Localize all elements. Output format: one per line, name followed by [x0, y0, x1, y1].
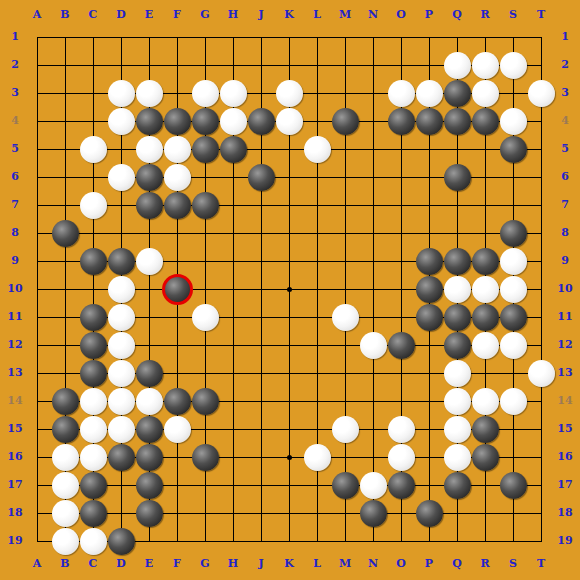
- intersection[interactable]: [499, 107, 527, 135]
- intersection[interactable]: [499, 247, 527, 275]
- intersection[interactable]: [443, 387, 471, 415]
- intersection[interactable]: [247, 79, 275, 107]
- intersection[interactable]: [23, 499, 51, 527]
- intersection[interactable]: [499, 331, 527, 359]
- intersection[interactable]: [135, 107, 163, 135]
- intersection[interactable]: [499, 387, 527, 415]
- intersection[interactable]: [51, 219, 79, 247]
- intersection[interactable]: [303, 527, 331, 555]
- intersection[interactable]: [471, 51, 499, 79]
- intersection[interactable]: [275, 247, 303, 275]
- intersection[interactable]: [219, 387, 247, 415]
- intersection[interactable]: [387, 107, 415, 135]
- intersection[interactable]: [107, 471, 135, 499]
- intersection[interactable]: [331, 247, 359, 275]
- intersection[interactable]: [499, 219, 527, 247]
- intersection[interactable]: [359, 191, 387, 219]
- intersection[interactable]: [499, 499, 527, 527]
- intersection[interactable]: [471, 23, 499, 51]
- intersection[interactable]: [107, 359, 135, 387]
- intersection[interactable]: [415, 275, 443, 303]
- intersection[interactable]: [331, 219, 359, 247]
- intersection[interactable]: [107, 527, 135, 555]
- intersection[interactable]: [135, 23, 163, 51]
- intersection[interactable]: [415, 387, 443, 415]
- intersection[interactable]: [219, 135, 247, 163]
- intersection[interactable]: [219, 191, 247, 219]
- intersection[interactable]: [219, 359, 247, 387]
- intersection[interactable]: [499, 79, 527, 107]
- intersection[interactable]: [219, 415, 247, 443]
- intersection[interactable]: [247, 275, 275, 303]
- intersection[interactable]: [163, 415, 191, 443]
- intersection[interactable]: [415, 191, 443, 219]
- intersection[interactable]: [219, 163, 247, 191]
- intersection[interactable]: [331, 163, 359, 191]
- intersection[interactable]: [303, 303, 331, 331]
- intersection[interactable]: [275, 23, 303, 51]
- intersection[interactable]: [275, 163, 303, 191]
- intersection[interactable]: [527, 499, 555, 527]
- intersection[interactable]: [51, 275, 79, 303]
- intersection[interactable]: [471, 527, 499, 555]
- intersection[interactable]: [387, 331, 415, 359]
- intersection[interactable]: [107, 163, 135, 191]
- intersection[interactable]: [359, 387, 387, 415]
- intersection[interactable]: [191, 387, 219, 415]
- intersection[interactable]: [443, 303, 471, 331]
- intersection[interactable]: [415, 443, 443, 471]
- intersection[interactable]: [359, 359, 387, 387]
- intersection[interactable]: [79, 107, 107, 135]
- intersection[interactable]: [135, 471, 163, 499]
- intersection[interactable]: [471, 331, 499, 359]
- intersection[interactable]: [135, 387, 163, 415]
- intersection[interactable]: [387, 135, 415, 163]
- intersection[interactable]: [303, 135, 331, 163]
- intersection[interactable]: [23, 23, 51, 51]
- intersection[interactable]: [303, 219, 331, 247]
- intersection[interactable]: [135, 275, 163, 303]
- intersection[interactable]: [331, 331, 359, 359]
- intersection[interactable]: [443, 219, 471, 247]
- intersection[interactable]: [247, 23, 275, 51]
- intersection[interactable]: [107, 219, 135, 247]
- intersection[interactable]: [247, 359, 275, 387]
- intersection[interactable]: [191, 359, 219, 387]
- intersection[interactable]: [275, 471, 303, 499]
- intersection[interactable]: [191, 23, 219, 51]
- intersection[interactable]: [51, 527, 79, 555]
- intersection[interactable]: [359, 331, 387, 359]
- intersection[interactable]: [303, 331, 331, 359]
- intersection[interactable]: [79, 527, 107, 555]
- intersection[interactable]: [527, 135, 555, 163]
- intersection[interactable]: [443, 107, 471, 135]
- intersection[interactable]: [499, 415, 527, 443]
- intersection[interactable]: [79, 415, 107, 443]
- intersection[interactable]: [527, 107, 555, 135]
- intersection[interactable]: [443, 23, 471, 51]
- intersection[interactable]: [247, 219, 275, 247]
- intersection[interactable]: [191, 191, 219, 219]
- intersection[interactable]: [387, 415, 415, 443]
- intersection[interactable]: [527, 331, 555, 359]
- intersection[interactable]: [499, 135, 527, 163]
- intersection[interactable]: [527, 191, 555, 219]
- intersection[interactable]: [79, 387, 107, 415]
- intersection[interactable]: [191, 247, 219, 275]
- intersection[interactable]: [107, 443, 135, 471]
- intersection[interactable]: [163, 163, 191, 191]
- intersection[interactable]: [51, 303, 79, 331]
- intersection[interactable]: [219, 23, 247, 51]
- intersection[interactable]: [387, 499, 415, 527]
- intersection[interactable]: [107, 51, 135, 79]
- intersection[interactable]: [79, 23, 107, 51]
- intersection[interactable]: [471, 219, 499, 247]
- intersection[interactable]: [443, 275, 471, 303]
- intersection[interactable]: [275, 499, 303, 527]
- intersection[interactable]: [51, 331, 79, 359]
- intersection[interactable]: [219, 443, 247, 471]
- intersection[interactable]: [51, 191, 79, 219]
- intersection[interactable]: [247, 51, 275, 79]
- intersection[interactable]: [359, 107, 387, 135]
- intersection[interactable]: [415, 51, 443, 79]
- intersection[interactable]: [415, 163, 443, 191]
- intersection[interactable]: [51, 107, 79, 135]
- intersection[interactable]: [79, 163, 107, 191]
- intersection[interactable]: [163, 107, 191, 135]
- intersection[interactable]: [23, 247, 51, 275]
- intersection[interactable]: [499, 163, 527, 191]
- intersection[interactable]: [275, 51, 303, 79]
- intersection[interactable]: [163, 219, 191, 247]
- intersection[interactable]: [51, 23, 79, 51]
- intersection[interactable]: [23, 359, 51, 387]
- intersection[interactable]: [275, 135, 303, 163]
- intersection[interactable]: [303, 107, 331, 135]
- intersection[interactable]: [191, 415, 219, 443]
- intersection[interactable]: [275, 79, 303, 107]
- intersection[interactable]: [79, 331, 107, 359]
- intersection[interactable]: [275, 443, 303, 471]
- intersection[interactable]: [527, 275, 555, 303]
- intersection[interactable]: [23, 135, 51, 163]
- intersection[interactable]: [527, 303, 555, 331]
- intersection[interactable]: [303, 191, 331, 219]
- intersection[interactable]: [135, 163, 163, 191]
- intersection[interactable]: [303, 79, 331, 107]
- intersection[interactable]: [471, 275, 499, 303]
- intersection[interactable]: [275, 275, 303, 303]
- intersection[interactable]: [191, 471, 219, 499]
- intersection[interactable]: [135, 527, 163, 555]
- intersection[interactable]: [191, 51, 219, 79]
- intersection[interactable]: [499, 443, 527, 471]
- intersection[interactable]: [359, 471, 387, 499]
- intersection[interactable]: [387, 79, 415, 107]
- intersection[interactable]: [415, 247, 443, 275]
- intersection[interactable]: [247, 331, 275, 359]
- intersection[interactable]: [275, 387, 303, 415]
- intersection[interactable]: [443, 415, 471, 443]
- intersection[interactable]: [527, 247, 555, 275]
- intersection[interactable]: [247, 163, 275, 191]
- intersection[interactable]: [135, 499, 163, 527]
- intersection[interactable]: [247, 303, 275, 331]
- intersection[interactable]: [359, 79, 387, 107]
- intersection[interactable]: [527, 415, 555, 443]
- intersection[interactable]: [51, 443, 79, 471]
- intersection[interactable]: [135, 79, 163, 107]
- intersection[interactable]: [387, 275, 415, 303]
- intersection[interactable]: [79, 191, 107, 219]
- intersection[interactable]: [415, 135, 443, 163]
- intersection[interactable]: [331, 107, 359, 135]
- intersection[interactable]: [471, 191, 499, 219]
- intersection[interactable]: [107, 499, 135, 527]
- intersection[interactable]: [191, 499, 219, 527]
- intersection[interactable]: [275, 415, 303, 443]
- intersection[interactable]: [387, 527, 415, 555]
- intersection[interactable]: [163, 135, 191, 163]
- intersection[interactable]: [331, 359, 359, 387]
- intersection[interactable]: [471, 359, 499, 387]
- intersection[interactable]: [443, 359, 471, 387]
- intersection[interactable]: [79, 247, 107, 275]
- intersection[interactable]: [107, 303, 135, 331]
- intersection[interactable]: [527, 51, 555, 79]
- intersection[interactable]: [331, 443, 359, 471]
- intersection[interactable]: [499, 303, 527, 331]
- intersection[interactable]: [387, 387, 415, 415]
- intersection[interactable]: [79, 51, 107, 79]
- intersection[interactable]: [219, 79, 247, 107]
- intersection[interactable]: [247, 471, 275, 499]
- intersection[interactable]: [23, 443, 51, 471]
- intersection[interactable]: [23, 163, 51, 191]
- intersection[interactable]: [247, 107, 275, 135]
- intersection[interactable]: [163, 23, 191, 51]
- intersection[interactable]: [415, 331, 443, 359]
- intersection[interactable]: [359, 163, 387, 191]
- intersection[interactable]: [331, 471, 359, 499]
- intersection[interactable]: [499, 51, 527, 79]
- intersection[interactable]: [443, 51, 471, 79]
- intersection[interactable]: [499, 359, 527, 387]
- intersection[interactable]: [135, 331, 163, 359]
- intersection[interactable]: [359, 527, 387, 555]
- intersection[interactable]: [107, 387, 135, 415]
- intersection[interactable]: [331, 387, 359, 415]
- intersection[interactable]: [275, 107, 303, 135]
- intersection[interactable]: [415, 219, 443, 247]
- intersection[interactable]: [23, 107, 51, 135]
- intersection[interactable]: [135, 415, 163, 443]
- intersection[interactable]: [303, 275, 331, 303]
- intersection[interactable]: [219, 219, 247, 247]
- intersection[interactable]: [387, 443, 415, 471]
- intersection[interactable]: [527, 527, 555, 555]
- intersection[interactable]: [107, 23, 135, 51]
- intersection[interactable]: [219, 51, 247, 79]
- intersection[interactable]: [219, 499, 247, 527]
- intersection[interactable]: [443, 135, 471, 163]
- intersection[interactable]: [219, 303, 247, 331]
- intersection[interactable]: [331, 23, 359, 51]
- intersection[interactable]: [135, 443, 163, 471]
- intersection[interactable]: [415, 79, 443, 107]
- intersection[interactable]: [247, 499, 275, 527]
- intersection[interactable]: [415, 499, 443, 527]
- intersection[interactable]: [499, 527, 527, 555]
- intersection[interactable]: [331, 79, 359, 107]
- intersection[interactable]: [275, 331, 303, 359]
- intersection[interactable]: [135, 135, 163, 163]
- intersection[interactable]: [135, 191, 163, 219]
- intersection[interactable]: [79, 303, 107, 331]
- intersection[interactable]: [471, 135, 499, 163]
- intersection[interactable]: [359, 135, 387, 163]
- intersection[interactable]: [135, 359, 163, 387]
- intersection[interactable]: [359, 499, 387, 527]
- intersection[interactable]: [331, 499, 359, 527]
- intersection[interactable]: [415, 471, 443, 499]
- intersection[interactable]: [51, 51, 79, 79]
- intersection[interactable]: [415, 415, 443, 443]
- intersection[interactable]: [79, 499, 107, 527]
- intersection[interactable]: [191, 163, 219, 191]
- intersection[interactable]: [471, 499, 499, 527]
- intersection[interactable]: [219, 527, 247, 555]
- intersection[interactable]: [107, 331, 135, 359]
- intersection[interactable]: [359, 219, 387, 247]
- intersection[interactable]: [163, 331, 191, 359]
- intersection[interactable]: [163, 527, 191, 555]
- intersection[interactable]: [331, 191, 359, 219]
- intersection[interactable]: [51, 359, 79, 387]
- intersection[interactable]: [275, 191, 303, 219]
- intersection[interactable]: [443, 247, 471, 275]
- intersection[interactable]: [275, 527, 303, 555]
- intersection[interactable]: [303, 443, 331, 471]
- intersection[interactable]: [191, 275, 219, 303]
- intersection[interactable]: [23, 331, 51, 359]
- intersection[interactable]: [415, 527, 443, 555]
- intersection[interactable]: [23, 79, 51, 107]
- intersection[interactable]: [219, 107, 247, 135]
- intersection[interactable]: [359, 23, 387, 51]
- intersection[interactable]: [275, 359, 303, 387]
- intersection[interactable]: [191, 443, 219, 471]
- intersection[interactable]: [107, 247, 135, 275]
- intersection[interactable]: [387, 219, 415, 247]
- intersection[interactable]: [331, 415, 359, 443]
- intersection[interactable]: [303, 359, 331, 387]
- intersection[interactable]: [191, 303, 219, 331]
- intersection[interactable]: [107, 191, 135, 219]
- intersection[interactable]: [527, 387, 555, 415]
- intersection[interactable]: [303, 387, 331, 415]
- intersection[interactable]: [471, 387, 499, 415]
- intersection[interactable]: [443, 79, 471, 107]
- intersection[interactable]: [443, 527, 471, 555]
- intersection[interactable]: [191, 79, 219, 107]
- intersection[interactable]: [163, 51, 191, 79]
- intersection[interactable]: [247, 527, 275, 555]
- intersection[interactable]: [527, 443, 555, 471]
- intersection[interactable]: [135, 51, 163, 79]
- intersection[interactable]: [219, 247, 247, 275]
- intersection[interactable]: [23, 527, 51, 555]
- intersection[interactable]: [51, 471, 79, 499]
- intersection[interactable]: [23, 303, 51, 331]
- intersection[interactable]: [359, 51, 387, 79]
- intersection[interactable]: [331, 51, 359, 79]
- intersection[interactable]: [387, 471, 415, 499]
- intersection[interactable]: [387, 51, 415, 79]
- intersection[interactable]: [443, 331, 471, 359]
- intersection[interactable]: [163, 499, 191, 527]
- intersection[interactable]: [191, 527, 219, 555]
- intersection[interactable]: [163, 247, 191, 275]
- intersection[interactable]: [23, 415, 51, 443]
- intersection[interactable]: [471, 471, 499, 499]
- intersection[interactable]: [163, 443, 191, 471]
- intersection[interactable]: [23, 191, 51, 219]
- intersection[interactable]: [443, 191, 471, 219]
- intersection[interactable]: [331, 135, 359, 163]
- intersection[interactable]: [303, 471, 331, 499]
- intersection[interactable]: [107, 107, 135, 135]
- intersection[interactable]: [191, 331, 219, 359]
- intersection[interactable]: [415, 303, 443, 331]
- intersection[interactable]: [191, 135, 219, 163]
- intersection[interactable]: [247, 443, 275, 471]
- intersection[interactable]: [135, 247, 163, 275]
- intersection[interactable]: [387, 359, 415, 387]
- intersection[interactable]: [387, 163, 415, 191]
- intersection[interactable]: [359, 275, 387, 303]
- intersection[interactable]: [471, 163, 499, 191]
- intersection[interactable]: [499, 23, 527, 51]
- intersection[interactable]: [443, 471, 471, 499]
- intersection[interactable]: [79, 275, 107, 303]
- intersection[interactable]: [303, 23, 331, 51]
- intersection[interactable]: [359, 443, 387, 471]
- intersection[interactable]: [527, 163, 555, 191]
- intersection[interactable]: [331, 275, 359, 303]
- intersection[interactable]: [527, 79, 555, 107]
- intersection[interactable]: [163, 387, 191, 415]
- intersection[interactable]: [23, 51, 51, 79]
- intersection[interactable]: [107, 135, 135, 163]
- intersection[interactable]: [303, 163, 331, 191]
- intersection[interactable]: [443, 163, 471, 191]
- intersection[interactable]: [387, 191, 415, 219]
- intersection[interactable]: [471, 415, 499, 443]
- intersection[interactable]: [499, 275, 527, 303]
- intersection[interactable]: [387, 247, 415, 275]
- intersection[interactable]: [247, 135, 275, 163]
- intersection[interactable]: [415, 23, 443, 51]
- intersection[interactable]: [163, 359, 191, 387]
- intersection[interactable]: [79, 135, 107, 163]
- intersection[interactable]: [219, 275, 247, 303]
- intersection[interactable]: [415, 359, 443, 387]
